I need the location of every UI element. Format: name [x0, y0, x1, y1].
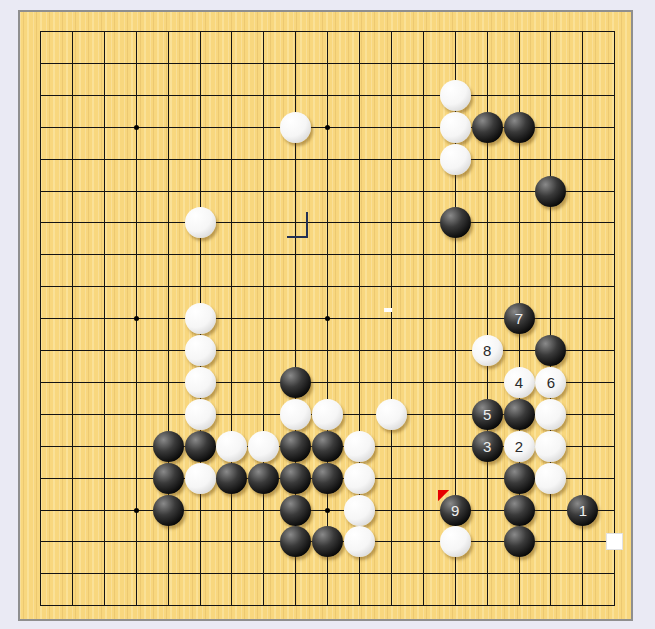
black-stone[interactable]: [280, 431, 311, 462]
grid-line-horizontal: [40, 605, 615, 606]
white-stone[interactable]: [440, 526, 471, 557]
black-stone[interactable]: [280, 495, 311, 526]
black-stone[interactable]: [504, 463, 535, 494]
black-stone[interactable]: [472, 112, 503, 143]
black-stone[interactable]: [153, 495, 184, 526]
star-point: [134, 125, 139, 130]
black-stone[interactable]: [248, 463, 279, 494]
move-number-label: 1: [579, 495, 587, 526]
black-stone[interactable]: 7: [504, 303, 535, 334]
grid-line-vertical: [423, 31, 424, 606]
move-number-label: 2: [515, 431, 523, 462]
black-stone[interactable]: [312, 431, 343, 462]
white-stone[interactable]: [376, 399, 407, 430]
black-stone[interactable]: [280, 463, 311, 494]
white-stone[interactable]: [248, 431, 279, 462]
black-stone[interactable]: 5: [472, 399, 503, 430]
move-number-label: 9: [451, 495, 459, 526]
white-stone[interactable]: [535, 399, 566, 430]
black-stone[interactable]: [535, 176, 566, 207]
black-stone[interactable]: [216, 463, 247, 494]
white-stone[interactable]: 8: [472, 335, 503, 366]
black-stone[interactable]: [504, 399, 535, 430]
white-stone[interactable]: [344, 431, 375, 462]
star-point: [325, 125, 330, 130]
star-point: [134, 316, 139, 321]
white-stone[interactable]: [185, 399, 216, 430]
white-stone[interactable]: [185, 335, 216, 366]
white-stone[interactable]: [280, 112, 311, 143]
white-dash-artifact: [384, 308, 392, 312]
grid-line-vertical: [614, 31, 615, 606]
white-square-marker: [606, 533, 623, 550]
move-number-label: 5: [483, 399, 491, 430]
black-stone[interactable]: [185, 431, 216, 462]
black-stone[interactable]: [535, 335, 566, 366]
black-stone[interactable]: [440, 207, 471, 238]
black-stone[interactable]: [312, 463, 343, 494]
white-stone[interactable]: 2: [504, 431, 535, 462]
white-stone[interactable]: [312, 399, 343, 430]
star-point: [325, 508, 330, 513]
grid-line-vertical: [391, 31, 392, 606]
move-number-label: 3: [483, 431, 491, 462]
move-number-label: 8: [483, 335, 491, 366]
white-stone[interactable]: [440, 112, 471, 143]
white-stone[interactable]: [185, 207, 216, 238]
white-stone[interactable]: [185, 303, 216, 334]
black-stone[interactable]: [312, 526, 343, 557]
white-stone[interactable]: 4: [504, 367, 535, 398]
white-stone[interactable]: [185, 463, 216, 494]
white-stone[interactable]: [344, 526, 375, 557]
move-number-label: 7: [515, 303, 523, 334]
move-number-label: 4: [515, 367, 523, 398]
black-stone[interactable]: 3: [472, 431, 503, 462]
white-stone[interactable]: [185, 367, 216, 398]
corner-bracket-cursor: [287, 212, 308, 238]
white-stone[interactable]: [440, 144, 471, 175]
grid-line-horizontal: [40, 350, 615, 351]
go-app-window: { "game": "go", "board_size": 19, "posit…: [0, 0, 655, 629]
white-stone[interactable]: [535, 463, 566, 494]
star-point: [325, 316, 330, 321]
white-stone[interactable]: [535, 431, 566, 462]
grid-line-horizontal: [40, 573, 615, 574]
white-stone[interactable]: [280, 399, 311, 430]
black-stone[interactable]: [153, 431, 184, 462]
black-stone[interactable]: [504, 526, 535, 557]
white-stone[interactable]: [440, 80, 471, 111]
black-stone[interactable]: [504, 112, 535, 143]
white-stone[interactable]: [344, 495, 375, 526]
black-stone[interactable]: [153, 463, 184, 494]
go-board[interactable]: 784653291: [18, 10, 633, 621]
black-stone[interactable]: 9: [440, 495, 471, 526]
white-stone[interactable]: [344, 463, 375, 494]
white-stone[interactable]: [216, 431, 247, 462]
star-point: [134, 508, 139, 513]
move-number-label: 6: [547, 367, 555, 398]
black-stone[interactable]: 1: [567, 495, 598, 526]
black-stone[interactable]: [280, 526, 311, 557]
black-stone[interactable]: [280, 367, 311, 398]
black-stone[interactable]: [504, 495, 535, 526]
grid-line-vertical: [550, 31, 551, 606]
white-stone[interactable]: 6: [535, 367, 566, 398]
